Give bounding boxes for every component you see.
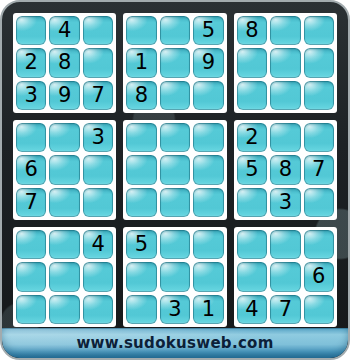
- sudoku-cell[interactable]: [237, 230, 267, 259]
- sudoku-cell[interactable]: [49, 123, 79, 152]
- sudoku-cell[interactable]: [193, 230, 223, 259]
- sudoku-cell[interactable]: [160, 262, 190, 291]
- sudoku-cell[interactable]: 5: [126, 230, 156, 259]
- sudoku-cell[interactable]: 7: [304, 155, 334, 184]
- sudoku-cell[interactable]: [16, 16, 46, 45]
- sudoku-cell[interactable]: [49, 188, 79, 217]
- sudoku-cell[interactable]: [270, 48, 300, 77]
- sudoku-cell[interactable]: 6: [16, 155, 46, 184]
- sudoku-cell[interactable]: [160, 230, 190, 259]
- sudoku-cell[interactable]: 4: [237, 295, 267, 324]
- sudoku-cell[interactable]: 4: [83, 230, 113, 259]
- sudoku-cell[interactable]: [49, 262, 79, 291]
- sudoku-block: 647: [234, 227, 337, 327]
- sudoku-cell[interactable]: [304, 48, 334, 77]
- sudoku-cell[interactable]: [237, 48, 267, 77]
- sudoku-cell[interactable]: [83, 48, 113, 77]
- sudoku-cell[interactable]: [304, 123, 334, 152]
- sudoku-cell[interactable]: [304, 16, 334, 45]
- sudoku-cell[interactable]: [126, 123, 156, 152]
- sudoku-block: 428397: [13, 13, 116, 113]
- sudoku-cell[interactable]: 2: [237, 123, 267, 152]
- sudoku-cell[interactable]: [193, 155, 223, 184]
- sudoku-cell[interactable]: [16, 123, 46, 152]
- sudoku-cell[interactable]: [304, 188, 334, 217]
- sudoku-cell[interactable]: [126, 16, 156, 45]
- sudoku-cell[interactable]: [160, 16, 190, 45]
- sudoku-cell[interactable]: 3: [270, 188, 300, 217]
- sudoku-cell[interactable]: [193, 123, 223, 152]
- sudoku-block: 531: [123, 227, 226, 327]
- footer-bar: www.sudokusweb.com: [2, 328, 348, 358]
- sudoku-cell[interactable]: 1: [126, 48, 156, 77]
- sudoku-cell[interactable]: [49, 155, 79, 184]
- sudoku-cell[interactable]: 1: [193, 295, 223, 324]
- sudoku-cell[interactable]: [83, 155, 113, 184]
- sudoku-cell[interactable]: [270, 230, 300, 259]
- sudoku-cell[interactable]: [304, 81, 334, 110]
- sudoku-block: 8: [234, 13, 337, 113]
- sudoku-cell[interactable]: [237, 262, 267, 291]
- sudoku-block: 367: [13, 120, 116, 220]
- sudoku-cell[interactable]: [16, 262, 46, 291]
- sudoku-block: 25873: [234, 120, 337, 220]
- sudoku-cell[interactable]: [160, 155, 190, 184]
- sudoku-cell[interactable]: [270, 262, 300, 291]
- sudoku-cell[interactable]: [126, 262, 156, 291]
- sudoku-cell[interactable]: [83, 188, 113, 217]
- sudoku-cell[interactable]: 5: [237, 155, 267, 184]
- sudoku-cell[interactable]: 6: [304, 262, 334, 291]
- sudoku-cell[interactable]: 9: [49, 81, 79, 110]
- sudoku-cell[interactable]: [160, 188, 190, 217]
- sudoku-cell[interactable]: [270, 123, 300, 152]
- sudoku-cell[interactable]: 7: [83, 81, 113, 110]
- sudoku-cell[interactable]: [193, 262, 223, 291]
- sudoku-cell[interactable]: 8: [49, 48, 79, 77]
- sudoku-grid: 42839751988367258734531647: [13, 13, 337, 327]
- sudoku-cell[interactable]: 3: [160, 295, 190, 324]
- board-frame: 42839751988367258734531647 www.sudokuswe…: [0, 0, 350, 360]
- sudoku-cell[interactable]: 5: [193, 16, 223, 45]
- sudoku-cell[interactable]: [16, 295, 46, 324]
- sudoku-cell[interactable]: [126, 295, 156, 324]
- sudoku-cell[interactable]: [160, 81, 190, 110]
- sudoku-cell[interactable]: [237, 188, 267, 217]
- sudoku-cell[interactable]: 8: [270, 155, 300, 184]
- sudoku-block: [123, 120, 226, 220]
- sudoku-cell[interactable]: [49, 295, 79, 324]
- sudoku-app: 42839751988367258734531647 www.sudokuswe…: [0, 0, 350, 360]
- website-link[interactable]: www.sudokusweb.com: [76, 334, 273, 352]
- sudoku-cell[interactable]: 3: [83, 123, 113, 152]
- sudoku-cell[interactable]: [160, 123, 190, 152]
- sudoku-cell[interactable]: [270, 16, 300, 45]
- sudoku-cell[interactable]: 4: [49, 16, 79, 45]
- sudoku-cell[interactable]: [237, 81, 267, 110]
- sudoku-cell[interactable]: [83, 295, 113, 324]
- sudoku-cell[interactable]: 9: [193, 48, 223, 77]
- sudoku-cell[interactable]: [160, 48, 190, 77]
- sudoku-cell[interactable]: [126, 155, 156, 184]
- sudoku-cell[interactable]: 3: [16, 81, 46, 110]
- sudoku-cell[interactable]: [83, 262, 113, 291]
- sudoku-cell[interactable]: [49, 230, 79, 259]
- sudoku-cell[interactable]: 8: [126, 81, 156, 110]
- sudoku-cell[interactable]: 7: [270, 295, 300, 324]
- sudoku-cell[interactable]: 8: [237, 16, 267, 45]
- sudoku-cell[interactable]: [304, 230, 334, 259]
- sudoku-block: 4: [13, 227, 116, 327]
- sudoku-cell[interactable]: [193, 188, 223, 217]
- sudoku-cell[interactable]: 7: [16, 188, 46, 217]
- sudoku-cell[interactable]: [270, 81, 300, 110]
- sudoku-block: 5198: [123, 13, 226, 113]
- sudoku-cell[interactable]: [304, 295, 334, 324]
- sudoku-cell[interactable]: [193, 81, 223, 110]
- sudoku-cell[interactable]: [83, 16, 113, 45]
- sudoku-cell[interactable]: 2: [16, 48, 46, 77]
- sudoku-cell[interactable]: [126, 188, 156, 217]
- sudoku-cell[interactable]: [16, 230, 46, 259]
